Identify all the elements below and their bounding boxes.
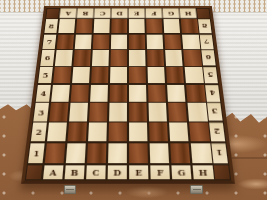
rank-label-left-3: 3	[33, 103, 49, 121]
square-g3	[168, 103, 187, 121]
square-d6	[110, 50, 127, 65]
square-e6	[129, 50, 146, 65]
square-b6	[73, 50, 91, 65]
square-g4	[167, 85, 186, 102]
square-c7	[92, 34, 109, 49]
square-e3	[129, 103, 147, 121]
rank-label-right-7: 7	[200, 34, 214, 49]
square-h1	[191, 143, 212, 163]
square-a7	[56, 34, 74, 49]
corner-cell-bottom-left	[26, 165, 42, 179]
file-label-top-a: A	[59, 9, 76, 18]
square-f5	[147, 67, 165, 83]
rank-label-left-6: 6	[40, 50, 54, 65]
rank-label-left-2: 2	[31, 123, 47, 142]
rank-label-left-4: 4	[36, 85, 51, 102]
square-h8	[181, 19, 198, 33]
square-g5	[166, 67, 184, 83]
square-f8	[146, 19, 163, 33]
square-b8	[76, 19, 93, 33]
file-label-bottom-d: D	[107, 165, 127, 179]
rank-label-right-6: 6	[201, 50, 215, 65]
square-a2	[46, 123, 66, 142]
square-g1	[170, 143, 191, 163]
square-g7	[164, 34, 182, 49]
square-d7	[111, 34, 128, 49]
square-h7	[182, 34, 200, 49]
square-f1	[149, 143, 169, 163]
square-c1	[87, 143, 107, 163]
square-h4	[186, 85, 205, 102]
square-a3	[49, 103, 69, 121]
rank-label-right-5: 5	[203, 67, 218, 83]
photo-scene: ABCDEFGH8877665544332211ABCDEFGH	[0, 0, 267, 200]
square-h3	[187, 103, 207, 121]
file-label-bottom-b: B	[64, 165, 85, 179]
square-b4	[70, 85, 89, 102]
square-f4	[148, 85, 166, 102]
file-label-top-e: E	[129, 9, 145, 18]
rank-label-right-1: 1	[211, 143, 228, 163]
rank-label-left-5: 5	[38, 67, 53, 83]
square-d5	[110, 67, 128, 83]
file-label-top-g: G	[163, 9, 179, 18]
square-a5	[53, 67, 72, 83]
square-a4	[51, 85, 70, 102]
square-c5	[91, 67, 109, 83]
file-label-top-h: H	[180, 9, 197, 18]
square-e7	[129, 34, 146, 49]
file-label-bottom-f: F	[150, 165, 170, 179]
rank-label-left-7: 7	[42, 34, 56, 49]
file-label-top-b: B	[77, 9, 93, 18]
brass-hinge-left	[64, 185, 76, 194]
square-d3	[109, 103, 127, 121]
square-f3	[148, 103, 167, 121]
file-label-bottom-a: A	[43, 165, 64, 179]
square-g8	[163, 19, 180, 33]
square-e1	[129, 143, 149, 163]
square-d1	[108, 143, 128, 163]
file-label-bottom-h: H	[192, 165, 213, 179]
square-c8	[93, 19, 110, 33]
square-f2	[149, 123, 168, 142]
file-label-bottom-g: G	[171, 165, 192, 179]
file-label-top-f: F	[146, 9, 162, 18]
square-e5	[129, 67, 147, 83]
file-label-bottom-e: E	[129, 165, 149, 179]
square-e8	[129, 19, 145, 33]
corner-cell-top-left	[46, 9, 59, 18]
corner-cell-bottom-right	[214, 165, 230, 179]
file-label-top-d: D	[111, 9, 127, 18]
square-a1	[44, 143, 65, 163]
rank-label-right-4: 4	[205, 85, 220, 102]
square-h5	[185, 67, 204, 83]
chess-board: ABCDEFGH8877665544332211ABCDEFGH	[21, 6, 235, 184]
square-c3	[89, 103, 108, 121]
rank-label-left-1: 1	[28, 143, 45, 163]
rank-label-right-2: 2	[209, 123, 225, 142]
square-h2	[189, 123, 209, 142]
table-plank-seam	[232, 157, 267, 159]
corner-cell-top-right	[197, 9, 210, 18]
chess-board-grid: ABCDEFGH8877665544332211ABCDEFGH	[25, 8, 231, 180]
square-c4	[90, 85, 108, 102]
square-b2	[67, 123, 87, 142]
square-f7	[146, 34, 163, 49]
square-b1	[65, 143, 86, 163]
brass-hinge-right	[190, 185, 203, 194]
square-e2	[129, 123, 148, 142]
square-d4	[109, 85, 127, 102]
square-b5	[72, 67, 90, 83]
square-f6	[147, 50, 165, 65]
square-a8	[58, 19, 75, 33]
square-d2	[108, 123, 127, 142]
rank-label-left-8: 8	[44, 19, 58, 33]
square-a6	[54, 50, 72, 65]
square-g6	[165, 50, 183, 65]
square-h6	[183, 50, 201, 65]
file-label-bottom-c: C	[86, 165, 106, 179]
square-b3	[69, 103, 88, 121]
square-b7	[74, 34, 92, 49]
file-label-top-c: C	[94, 9, 110, 18]
square-g2	[169, 123, 189, 142]
square-c6	[92, 50, 110, 65]
square-d8	[111, 19, 127, 33]
square-e4	[129, 85, 147, 102]
square-c2	[88, 123, 107, 142]
rank-label-right-3: 3	[207, 103, 223, 121]
rank-label-right-8: 8	[198, 19, 212, 33]
